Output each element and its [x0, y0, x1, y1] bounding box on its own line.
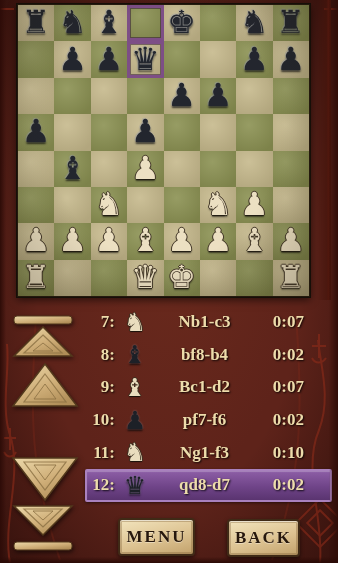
- square-a5[interactable]: ♟: [18, 114, 54, 150]
- square-d2[interactable]: ♝: [127, 223, 163, 259]
- square-f2[interactable]: ♟: [200, 223, 236, 259]
- square-a1[interactable]: ♜: [18, 260, 54, 296]
- black-king-piece: ♚: [167, 6, 196, 38]
- black-pawn-piece: ♟: [204, 79, 233, 111]
- step-back-button[interactable]: [11, 362, 79, 408]
- square-e3[interactable]: [164, 187, 200, 223]
- move-notation: qd8-d7: [155, 475, 254, 495]
- move-notation: bf8-b4: [155, 345, 254, 365]
- black-queen-icon: ♛: [115, 473, 155, 498]
- square-g7[interactable]: ♟: [236, 41, 272, 77]
- square-f6[interactable]: ♟: [200, 78, 236, 114]
- square-h4[interactable]: [273, 151, 309, 187]
- square-c4[interactable]: [91, 151, 127, 187]
- white-pawn-piece: ♟: [131, 152, 160, 184]
- square-d7[interactable]: ♛: [127, 41, 163, 77]
- square-g5[interactable]: [236, 114, 272, 150]
- black-knight-piece: ♞: [240, 6, 269, 38]
- square-e5[interactable]: [164, 114, 200, 150]
- black-bishop-piece: ♝: [58, 152, 87, 184]
- white-pawn-piece: ♟: [276, 224, 305, 256]
- square-d6[interactable]: [127, 78, 163, 114]
- chess-app-screen: ♜♞♝♚♞♜♟♟♛♟♟♟♟♟♟♝♟♞♞♟♟♟♟♝♟♟♝♟♜♛♚♜ 7:♞Nb1-…: [0, 0, 338, 563]
- square-g2[interactable]: ♝: [236, 223, 272, 259]
- square-h7[interactable]: ♟: [273, 41, 309, 77]
- square-h6[interactable]: [273, 78, 309, 114]
- go-to-end-button[interactable]: [12, 504, 74, 552]
- square-b2[interactable]: ♟: [54, 223, 90, 259]
- square-a8[interactable]: ♜: [18, 5, 54, 41]
- square-e7[interactable]: [164, 41, 200, 77]
- square-b8[interactable]: ♞: [54, 5, 90, 41]
- white-pawn-piece: ♟: [167, 224, 196, 256]
- square-d4[interactable]: ♟: [127, 151, 163, 187]
- square-a6[interactable]: [18, 78, 54, 114]
- right-frame-band: [317, 0, 331, 300]
- black-pawn-piece: ♟: [95, 43, 124, 75]
- square-b7[interactable]: ♟: [54, 41, 90, 77]
- white-knight-icon: ♞: [115, 440, 155, 465]
- square-a2[interactable]: ♟: [18, 223, 54, 259]
- square-f5[interactable]: [200, 114, 236, 150]
- move-row[interactable]: 8:♝bf8-b40:02: [87, 339, 330, 372]
- square-e8[interactable]: ♚: [164, 5, 200, 41]
- square-g3[interactable]: ♟: [236, 187, 272, 223]
- white-king-piece: ♚: [167, 261, 196, 293]
- square-d5[interactable]: ♟: [127, 114, 163, 150]
- square-b4[interactable]: ♝: [54, 151, 90, 187]
- white-bishop-piece: ♝: [131, 224, 160, 256]
- black-bishop-icon: ♝: [115, 342, 155, 367]
- move-number: 11:: [87, 443, 115, 463]
- black-bishop-piece: ♝: [95, 6, 124, 38]
- black-pawn-piece: ♟: [240, 43, 269, 75]
- chess-board: ♜♞♝♚♞♜♟♟♛♟♟♟♟♟♟♝♟♞♞♟♟♟♟♝♟♟♝♟♜♛♚♜: [17, 4, 310, 297]
- move-time: 0:07: [254, 377, 304, 397]
- move-number: 9:: [87, 377, 115, 397]
- white-knight-piece: ♞: [204, 188, 233, 220]
- square-c2[interactable]: ♟: [91, 223, 127, 259]
- move-row[interactable]: 7:♞Nb1-c30:07: [87, 306, 330, 339]
- white-pawn-piece: ♟: [95, 224, 124, 256]
- black-pawn-piece: ♟: [131, 115, 160, 147]
- move-notation: Ng1-f3: [155, 443, 254, 463]
- square-d8[interactable]: [127, 5, 163, 41]
- black-queen-piece: ♛: [131, 43, 160, 75]
- white-bishop-icon: ♝: [115, 375, 155, 400]
- move-notation: Bc1-d2: [155, 377, 254, 397]
- move-notation: pf7-f6: [155, 410, 254, 430]
- square-h1[interactable]: ♜: [273, 260, 309, 296]
- white-pawn-piece: ♟: [22, 224, 51, 256]
- square-d1[interactable]: ♛: [127, 260, 163, 296]
- square-c7[interactable]: ♟: [91, 41, 127, 77]
- move-number: 12:: [87, 475, 115, 495]
- move-row-current[interactable]: 12:♛qd8-d70:02: [85, 469, 332, 502]
- square-h5[interactable]: [273, 114, 309, 150]
- square-e2[interactable]: ♟: [164, 223, 200, 259]
- square-c1[interactable]: [91, 260, 127, 296]
- square-g8[interactable]: ♞: [236, 5, 272, 41]
- white-knight-icon: ♞: [115, 310, 155, 335]
- black-pawn-piece: ♟: [58, 43, 87, 75]
- move-time: 0:07: [254, 312, 304, 332]
- move-row[interactable]: 9:♝Bc1-d20:07: [87, 371, 330, 404]
- move-row[interactable]: 10:♟pf7-f60:02: [87, 404, 330, 437]
- bottom-frame-edge: [0, 557, 338, 563]
- back-button[interactable]: BACK: [227, 519, 300, 557]
- move-notation: Nb1-c3: [155, 312, 254, 332]
- square-a7[interactable]: [18, 41, 54, 77]
- square-h2[interactable]: ♟: [273, 223, 309, 259]
- move-time: 0:02: [254, 345, 304, 365]
- black-rook-piece: ♜: [276, 6, 305, 38]
- move-list: 7:♞Nb1-c30:078:♝bf8-b40:029:♝Bc1-d20:071…: [87, 306, 330, 502]
- white-pawn-piece: ♟: [240, 188, 269, 220]
- move-number: 10:: [87, 410, 115, 430]
- square-c5[interactable]: [91, 114, 127, 150]
- move-number: 7:: [87, 312, 115, 332]
- white-knight-piece: ♞: [95, 188, 124, 220]
- move-row[interactable]: 11:♞Ng1-f30:10: [87, 436, 330, 469]
- square-f4[interactable]: [200, 151, 236, 187]
- square-a3[interactable]: [18, 187, 54, 223]
- square-d3[interactable]: [127, 187, 163, 223]
- square-h3[interactable]: [273, 187, 309, 223]
- square-c3[interactable]: ♞: [91, 187, 127, 223]
- square-b3[interactable]: [54, 187, 90, 223]
- left-frame-edge: [0, 0, 6, 563]
- move-time: 0:02: [254, 475, 304, 495]
- square-g1[interactable]: [236, 260, 272, 296]
- white-rook-piece: ♜: [22, 261, 51, 293]
- square-g6[interactable]: [236, 78, 272, 114]
- square-f7[interactable]: [200, 41, 236, 77]
- black-pawn-piece: ♟: [167, 79, 196, 111]
- square-a4[interactable]: [18, 151, 54, 187]
- white-queen-piece: ♛: [131, 261, 160, 293]
- move-time: 0:10: [254, 443, 304, 463]
- black-knight-piece: ♞: [58, 6, 87, 38]
- menu-button[interactable]: MENU: [118, 518, 195, 556]
- square-f3[interactable]: ♞: [200, 187, 236, 223]
- square-c6[interactable]: [91, 78, 127, 114]
- square-b6[interactable]: [54, 78, 90, 114]
- square-b5[interactable]: [54, 114, 90, 150]
- white-rook-piece: ♜: [276, 261, 305, 293]
- move-number: 8:: [87, 345, 115, 365]
- black-pawn-icon: ♟: [115, 408, 155, 433]
- square-f1[interactable]: [200, 260, 236, 296]
- go-to-start-button[interactable]: [12, 314, 74, 358]
- square-e4[interactable]: [164, 151, 200, 187]
- square-h8[interactable]: ♜: [273, 5, 309, 41]
- square-e6[interactable]: ♟: [164, 78, 200, 114]
- black-pawn-piece: ♟: [276, 43, 305, 75]
- square-c8[interactable]: ♝: [91, 5, 127, 41]
- square-b1[interactable]: [54, 260, 90, 296]
- square-e1[interactable]: ♚: [164, 260, 200, 296]
- black-rook-piece: ♜: [22, 6, 51, 38]
- white-bishop-piece: ♝: [240, 224, 269, 256]
- black-pawn-piece: ♟: [22, 115, 51, 147]
- white-pawn-piece: ♟: [58, 224, 87, 256]
- move-time: 0:02: [254, 410, 304, 430]
- square-g4[interactable]: [236, 151, 272, 187]
- step-forward-button[interactable]: [11, 456, 79, 502]
- square-f8[interactable]: [200, 5, 236, 41]
- white-pawn-piece: ♟: [204, 224, 233, 256]
